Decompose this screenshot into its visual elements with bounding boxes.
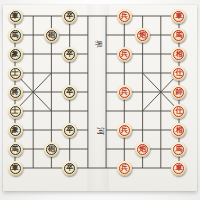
intersection-c5-r5 xyxy=(79,83,97,102)
intersection-c4-r5: 卒 xyxy=(61,83,79,102)
intersection-c1-r9: 車 xyxy=(6,159,24,178)
intersection-c1-r3: 象 xyxy=(6,45,24,64)
intersection-c7-r9: 兵 xyxy=(115,159,133,178)
intersection-c2-r7 xyxy=(24,121,42,140)
intersection-c9-r9 xyxy=(152,159,170,178)
piece-red-soldier[interactable]: 兵 xyxy=(117,123,132,138)
intersection-c7-r1: 兵 xyxy=(115,7,133,26)
intersection-c3-r8: 砲 xyxy=(42,140,60,159)
intersection-c10-r9: 車 xyxy=(170,159,188,178)
river-label-top: 界 xyxy=(94,40,102,48)
intersection-c4-r6 xyxy=(61,102,79,121)
piece-character: 車 xyxy=(10,11,21,22)
piece-red-general[interactable]: 帥 xyxy=(171,85,186,100)
intersection-c5-r7 xyxy=(79,121,97,140)
piece-red-horse[interactable]: 馬 xyxy=(171,28,186,43)
intersection-c7-r6 xyxy=(115,102,133,121)
piece-red-cannon[interactable]: 炮 xyxy=(135,28,150,43)
intersection-c5-r4 xyxy=(79,64,97,83)
intersection-c6-r8 xyxy=(97,140,115,159)
intersection-c4-r3: 卒 xyxy=(61,45,79,64)
piece-character: 砲 xyxy=(46,144,57,155)
intersection-c1-r1: 車 xyxy=(6,7,24,26)
piece-red-chariot[interactable]: 車 xyxy=(171,9,186,24)
piece-red-advisor[interactable]: 仕 xyxy=(171,104,186,119)
intersection-c8-r4 xyxy=(133,64,151,83)
intersection-c2-r4 xyxy=(24,64,42,83)
piece-character: 馬 xyxy=(10,144,21,155)
intersection-c3-r3 xyxy=(42,45,60,64)
intersection-c3-r1 xyxy=(42,7,60,26)
intersection-c6-r5 xyxy=(97,83,115,102)
intersection-c5-r9 xyxy=(79,159,97,178)
piece-character: 相 xyxy=(173,125,184,136)
piece-red-soldier[interactable]: 兵 xyxy=(117,9,132,24)
piece-character: 卒 xyxy=(64,125,75,136)
intersection-c9-r3 xyxy=(152,45,170,64)
intersection-c1-r6: 士 xyxy=(6,102,24,121)
piece-character: 士 xyxy=(10,68,21,79)
piece-character: 兵 xyxy=(119,49,130,60)
intersection-c2-r8 xyxy=(24,140,42,159)
piece-character: 仕 xyxy=(173,106,184,117)
piece-red-elephant[interactable]: 相 xyxy=(171,123,186,138)
piece-black-cannon[interactable]: 砲 xyxy=(44,28,59,43)
piece-character: 車 xyxy=(173,163,184,174)
intersection-c8-r2: 炮 xyxy=(133,26,151,45)
piece-character: 車 xyxy=(173,11,184,22)
piece-black-advisor[interactable]: 士 xyxy=(8,104,23,119)
piece-black-chariot[interactable]: 車 xyxy=(8,9,23,24)
piece-red-advisor[interactable]: 仕 xyxy=(171,66,186,81)
intersection-c9-r7 xyxy=(152,121,170,140)
intersection-c4-r1: 卒 xyxy=(61,7,79,26)
intersection-c4-r4 xyxy=(61,64,79,83)
intersection-c6-r1 xyxy=(97,7,115,26)
piece-character: 兵 xyxy=(119,125,130,136)
piece-character: 炮 xyxy=(137,144,148,155)
intersection-c3-r9 xyxy=(42,159,60,178)
piece-black-horse[interactable]: 馬 xyxy=(8,142,23,157)
intersection-c8-r1 xyxy=(133,7,151,26)
piece-red-chariot[interactable]: 車 xyxy=(171,161,186,176)
piece-character: 炮 xyxy=(137,30,148,41)
piece-character: 帥 xyxy=(173,87,184,98)
piece-black-cannon[interactable]: 砲 xyxy=(44,142,59,157)
piece-black-general[interactable]: 將 xyxy=(8,85,23,100)
intersection-c6-r4 xyxy=(97,64,115,83)
intersection-c7-r3: 兵 xyxy=(115,45,133,64)
piece-character: 兵 xyxy=(119,87,130,98)
piece-character: 仕 xyxy=(173,68,184,79)
intersection-c10-r1: 車 xyxy=(170,7,188,26)
intersection-c3-r6 xyxy=(42,102,60,121)
intersection-c2-r6 xyxy=(24,102,42,121)
intersection-c2-r5 xyxy=(24,83,42,102)
piece-red-soldier[interactable]: 兵 xyxy=(117,85,132,100)
board-intersections: 車卒兵車馬砲炮馬象卒兵相士仕將卒兵帥士仕象卒兵相馬砲炮馬車卒兵車 xyxy=(6,7,188,178)
intersection-c7-r5: 兵 xyxy=(115,83,133,102)
intersection-c1-r5: 將 xyxy=(6,83,24,102)
piece-character: 馬 xyxy=(173,30,184,41)
intersection-c5-r8 xyxy=(79,140,97,159)
river-label-bottom: 河 xyxy=(96,127,104,135)
intersection-c9-r5 xyxy=(152,83,170,102)
piece-red-elephant[interactable]: 相 xyxy=(171,47,186,62)
piece-black-chariot[interactable]: 車 xyxy=(8,161,23,176)
piece-character: 馬 xyxy=(10,30,21,41)
intersection-c10-r8: 馬 xyxy=(170,140,188,159)
piece-character: 卒 xyxy=(64,11,75,22)
piece-black-soldier[interactable]: 卒 xyxy=(62,123,77,138)
piece-black-soldier[interactable]: 卒 xyxy=(62,161,77,176)
intersection-c1-r7: 象 xyxy=(6,121,24,140)
intersection-c6-r9 xyxy=(97,159,115,178)
piece-character: 卒 xyxy=(64,163,75,174)
intersection-c10-r4: 仕 xyxy=(170,64,188,83)
intersection-c7-r8 xyxy=(115,140,133,159)
intersection-c8-r9 xyxy=(133,159,151,178)
intersection-c8-r7 xyxy=(133,121,151,140)
intersection-c3-r4 xyxy=(42,64,60,83)
intersection-c9-r4 xyxy=(152,64,170,83)
piece-black-elephant[interactable]: 象 xyxy=(8,47,23,62)
piece-black-advisor[interactable]: 士 xyxy=(8,66,23,81)
piece-character: 兵 xyxy=(119,11,130,22)
intersection-c2-r2 xyxy=(24,26,42,45)
intersection-c4-r7: 卒 xyxy=(61,121,79,140)
intersection-c8-r3 xyxy=(133,45,151,64)
intersection-c8-r8: 炮 xyxy=(133,140,151,159)
piece-black-soldier[interactable]: 卒 xyxy=(62,85,77,100)
piece-black-horse[interactable]: 馬 xyxy=(8,28,23,43)
intersection-c5-r1 xyxy=(79,7,97,26)
intersection-c6-r6 xyxy=(97,102,115,121)
intersection-c10-r3: 相 xyxy=(170,45,188,64)
piece-black-soldier[interactable]: 卒 xyxy=(62,47,77,62)
intersection-c3-r5 xyxy=(42,83,60,102)
piece-character: 馬 xyxy=(173,144,184,155)
intersection-c1-r2: 馬 xyxy=(6,26,24,45)
intersection-c8-r5 xyxy=(133,83,151,102)
intersection-c2-r1 xyxy=(24,7,42,26)
xiangqi-board: 界 河 車卒兵車馬砲炮馬象卒兵相士仕將卒兵帥士仕象卒兵相馬砲炮馬車卒兵車 xyxy=(3,5,197,191)
piece-character: 象 xyxy=(10,49,21,60)
intersection-c10-r5: 帥 xyxy=(170,83,188,102)
piece-red-cannon[interactable]: 炮 xyxy=(135,142,150,157)
piece-character: 兵 xyxy=(119,163,130,174)
intersection-c3-r2: 砲 xyxy=(42,26,60,45)
piece-character: 卒 xyxy=(64,49,75,60)
piece-black-elephant[interactable]: 象 xyxy=(8,123,23,138)
intersection-c4-r2 xyxy=(61,26,79,45)
photo-background: 界 河 車卒兵車馬砲炮馬象卒兵相士仕將卒兵帥士仕象卒兵相馬砲炮馬車卒兵車 xyxy=(0,0,200,200)
intersection-c9-r2 xyxy=(152,26,170,45)
piece-black-soldier[interactable]: 卒 xyxy=(62,9,77,24)
intersection-c4-r9: 卒 xyxy=(61,159,79,178)
intersection-c10-r6: 仕 xyxy=(170,102,188,121)
piece-character: 車 xyxy=(10,163,21,174)
intersection-c2-r9 xyxy=(24,159,42,178)
piece-character: 士 xyxy=(10,106,21,117)
intersection-c7-r7: 兵 xyxy=(115,121,133,140)
piece-character: 相 xyxy=(173,49,184,60)
intersection-c10-r2: 馬 xyxy=(170,26,188,45)
piece-character: 象 xyxy=(10,125,21,136)
piece-red-soldier[interactable]: 兵 xyxy=(117,47,132,62)
piece-red-horse[interactable]: 馬 xyxy=(171,142,186,157)
intersection-c9-r6 xyxy=(152,102,170,121)
piece-red-soldier[interactable]: 兵 xyxy=(117,161,132,176)
intersection-c1-r8: 馬 xyxy=(6,140,24,159)
piece-character: 卒 xyxy=(64,87,75,98)
intersection-c8-r6 xyxy=(133,102,151,121)
intersection-c3-r7 xyxy=(42,121,60,140)
intersection-c7-r2 xyxy=(115,26,133,45)
intersection-c4-r8 xyxy=(61,140,79,159)
piece-character: 砲 xyxy=(46,30,57,41)
piece-character: 將 xyxy=(10,87,21,98)
intersection-c10-r7: 相 xyxy=(170,121,188,140)
intersection-c5-r6 xyxy=(79,102,97,121)
intersection-c9-r1 xyxy=(152,7,170,26)
intersection-c9-r8 xyxy=(152,140,170,159)
intersection-c7-r4 xyxy=(115,64,133,83)
intersection-c2-r3 xyxy=(24,45,42,64)
intersection-c1-r4: 士 xyxy=(6,64,24,83)
